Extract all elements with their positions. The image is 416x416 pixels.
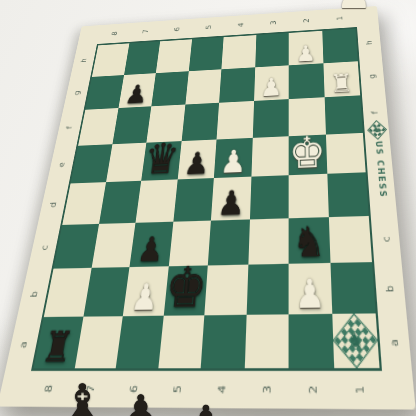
captured-black-pawn[interactable]: ♟: [188, 400, 224, 416]
square-a4[interactable]: [201, 314, 246, 368]
square-a3[interactable]: [244, 314, 288, 368]
square-h5[interactable]: [188, 37, 223, 71]
coordinate-label: 2: [290, 11, 323, 30]
square-g2[interactable]: [289, 63, 325, 99]
coordinate-label: 5: [192, 18, 225, 36]
square-e2[interactable]: ♚: [289, 134, 327, 175]
coordinate-label: a: [380, 314, 410, 371]
corner-knight-diamond-icon: ♞: [332, 313, 377, 369]
square-e7[interactable]: [106, 142, 147, 182]
black-knight-c2[interactable]: ♞: [293, 222, 326, 264]
white-pawn-b2[interactable]: ♟: [295, 273, 326, 313]
black-pawn-c6[interactable]: ♟: [136, 233, 165, 267]
square-b7[interactable]: [83, 267, 129, 316]
captured-black-bishop[interactable]: ♝: [62, 378, 103, 416]
coordinate-label: 6: [160, 20, 193, 38]
square-b6[interactable]: ♟: [123, 266, 168, 315]
square-d6[interactable]: [136, 179, 178, 222]
square-h4[interactable]: [221, 35, 256, 69]
square-e6[interactable]: ♛: [141, 141, 181, 181]
white-pawn-h2[interactable]: ♟: [295, 42, 316, 65]
white-pawn-b6[interactable]: ♟: [130, 279, 161, 316]
square-d1[interactable]: [327, 172, 369, 216]
square-e5[interactable]: ♟: [177, 139, 216, 179]
square-d2[interactable]: [289, 174, 329, 218]
white-king-e2[interactable]: ♚: [289, 131, 326, 175]
square-e3[interactable]: [251, 136, 289, 177]
coordinate-label: 4: [224, 16, 257, 34]
square-d7[interactable]: [99, 181, 142, 224]
square-g4[interactable]: [219, 67, 255, 103]
square-f5[interactable]: [181, 103, 219, 141]
square-g5[interactable]: [185, 69, 221, 105]
brand-text: US CHESS: [373, 141, 387, 199]
square-b5[interactable]: ♚: [163, 265, 207, 315]
square-d4[interactable]: ♟: [211, 177, 251, 220]
square-c7[interactable]: [91, 222, 135, 268]
square-f4[interactable]: [217, 101, 254, 139]
white-pawn-g3[interactable]: ♟: [260, 75, 283, 101]
coordinate-label: 1: [336, 374, 385, 407]
square-c1[interactable]: [328, 215, 372, 263]
square-a1[interactable]: ♞: [332, 313, 380, 368]
square-h6[interactable]: [156, 39, 192, 72]
photo-stage: 87654321 87654321 hgfedcba hgfcba ♞ US C…: [0, 0, 416, 416]
square-h2[interactable]: ♟: [289, 31, 323, 65]
square-h1[interactable]: [322, 29, 358, 63]
black-pawn-g7[interactable]: ♟: [124, 82, 150, 108]
black-rook-a8[interactable]: ♜: [39, 325, 76, 368]
captured-white-pawn[interactable]: ♟: [336, 0, 372, 14]
square-h3[interactable]: [255, 33, 289, 67]
square-c2[interactable]: ♞: [289, 217, 330, 264]
square-f7[interactable]: [112, 106, 151, 143]
white-pawn-e4[interactable]: ♟: [219, 146, 247, 178]
square-g7[interactable]: ♟: [118, 73, 156, 108]
white-rook-g1[interactable]: ♜: [330, 71, 354, 97]
square-g6[interactable]: [151, 71, 188, 106]
square-e4[interactable]: ♟: [214, 137, 253, 178]
coordinate-label: 7: [128, 22, 162, 40]
square-b2[interactable]: ♟: [289, 263, 332, 314]
coordinate-label: 3: [243, 374, 289, 406]
coordinate-label: c: [373, 215, 400, 263]
square-c3[interactable]: [248, 218, 289, 265]
square-b1[interactable]: [330, 262, 376, 313]
square-f1[interactable]: [324, 95, 363, 134]
square-a6[interactable]: [116, 315, 164, 368]
square-d3[interactable]: [249, 175, 288, 219]
us-chess-logo: ♞ US CHESS: [365, 122, 394, 198]
square-c6[interactable]: ♟: [129, 221, 173, 267]
square-b3[interactable]: [246, 264, 288, 314]
square-e1[interactable]: [325, 132, 365, 173]
square-d5[interactable]: [173, 178, 214, 221]
square-g1[interactable]: ♜: [323, 61, 360, 97]
black-queen-e6[interactable]: ♛: [142, 137, 181, 180]
square-b4[interactable]: [204, 265, 247, 315]
square-a2[interactable]: [289, 313, 334, 368]
black-pawn-d4[interactable]: ♟: [217, 185, 246, 219]
chess-mat: 87654321 87654321 hgfedcba hgfcba ♞ US C…: [0, 6, 416, 410]
knight-diamond-icon: ♞: [367, 120, 387, 140]
black-pawn-e5[interactable]: ♟: [183, 148, 210, 179]
square-c4[interactable]: [208, 219, 250, 266]
coordinate-label: 8: [97, 24, 131, 42]
coordinate-label: h: [359, 26, 380, 60]
black-king-b5[interactable]: ♚: [163, 259, 209, 315]
square-h7[interactable]: [124, 41, 160, 74]
square-f3[interactable]: [252, 99, 288, 137]
coordinate-label: b: [376, 263, 404, 315]
square-g3[interactable]: ♟: [254, 65, 289, 101]
captured-black-pawn[interactable]: ♟: [122, 390, 160, 416]
square-a5[interactable]: [158, 315, 205, 369]
coordinate-label: g: [361, 58, 383, 94]
square-a7[interactable]: [74, 316, 123, 369]
coordinate-label: 2: [290, 374, 337, 406]
coordinate-label: 3: [256, 14, 289, 33]
